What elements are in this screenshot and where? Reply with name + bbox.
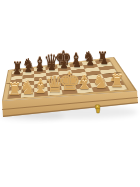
product-photo: ♜♞♝♛♚♝♞♜♟♟♟♟♟♟♟♟♟♟♟♟♟♟♟♟♜♞♝♛♚♝♞♜ bbox=[0, 0, 140, 187]
